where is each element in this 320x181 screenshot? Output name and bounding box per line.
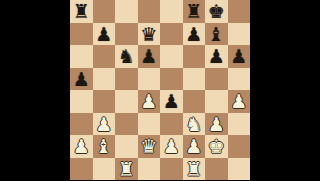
square-b8[interactable] [93, 0, 116, 23]
square-e3[interactable] [160, 113, 183, 136]
square-a7[interactable] [70, 23, 93, 46]
square-a4[interactable] [70, 90, 93, 113]
square-h4[interactable]: ♟ [228, 90, 251, 113]
square-f4[interactable] [183, 90, 206, 113]
square-g4[interactable] [205, 90, 228, 113]
black-pawn: ♟ [73, 68, 90, 90]
square-g1[interactable] [205, 158, 228, 181]
black-bishop: ♝ [208, 23, 225, 45]
white-king: ♚ [208, 135, 225, 157]
square-b6[interactable] [93, 45, 116, 68]
square-c3[interactable] [115, 113, 138, 136]
black-queen: ♛ [140, 23, 157, 45]
black-knight: ♞ [118, 45, 135, 67]
black-pawn: ♟ [95, 23, 112, 45]
black-pawn: ♟ [140, 45, 157, 67]
white-bishop: ♝ [95, 135, 112, 157]
square-b2[interactable]: ♝ [93, 135, 116, 158]
square-e5[interactable] [160, 68, 183, 91]
white-pawn: ♟ [230, 90, 247, 112]
square-a2[interactable]: ♟ [70, 135, 93, 158]
square-e1[interactable] [160, 158, 183, 181]
square-h5[interactable] [228, 68, 251, 91]
video-frame: ♜♜♚♟♛♟♝♞♟♟♟♟♟♟♟♟♞♟♟♝♛♟♟♚♜♜ [0, 0, 320, 180]
square-d3[interactable] [138, 113, 161, 136]
square-h6[interactable]: ♟ [228, 45, 251, 68]
square-f5[interactable] [183, 68, 206, 91]
square-a5[interactable]: ♟ [70, 68, 93, 91]
square-g3[interactable]: ♟ [205, 113, 228, 136]
black-rook: ♜ [73, 0, 90, 22]
square-f1[interactable]: ♜ [183, 158, 206, 181]
square-g5[interactable] [205, 68, 228, 91]
square-f7[interactable]: ♟ [183, 23, 206, 46]
square-f6[interactable] [183, 45, 206, 68]
square-g7[interactable]: ♝ [205, 23, 228, 46]
black-rook: ♜ [185, 0, 202, 22]
chess-board: ♜♜♚♟♛♟♝♞♟♟♟♟♟♟♟♟♞♟♟♝♛♟♟♚♜♜ [70, 0, 250, 180]
square-c4[interactable] [115, 90, 138, 113]
white-pawn: ♟ [140, 90, 157, 112]
white-knight: ♞ [185, 113, 202, 135]
square-d1[interactable] [138, 158, 161, 181]
square-a8[interactable]: ♜ [70, 0, 93, 23]
black-pawn: ♟ [208, 45, 225, 67]
black-pawn: ♟ [185, 23, 202, 45]
square-b4[interactable] [93, 90, 116, 113]
black-pawn: ♟ [163, 90, 180, 112]
square-b7[interactable]: ♟ [93, 23, 116, 46]
square-e8[interactable] [160, 0, 183, 23]
white-pawn: ♟ [163, 135, 180, 157]
square-a6[interactable] [70, 45, 93, 68]
white-pawn: ♟ [73, 135, 90, 157]
square-f8[interactable]: ♜ [183, 0, 206, 23]
square-h1[interactable] [228, 158, 251, 181]
square-g8[interactable]: ♚ [205, 0, 228, 23]
square-c1[interactable]: ♜ [115, 158, 138, 181]
white-pawn: ♟ [208, 113, 225, 135]
square-e7[interactable] [160, 23, 183, 46]
black-pawn: ♟ [230, 45, 247, 67]
black-king: ♚ [208, 0, 225, 22]
square-d2[interactable]: ♛ [138, 135, 161, 158]
square-g2[interactable]: ♚ [205, 135, 228, 158]
square-f3[interactable]: ♞ [183, 113, 206, 136]
white-rook: ♜ [118, 158, 135, 180]
square-d6[interactable]: ♟ [138, 45, 161, 68]
square-c2[interactable] [115, 135, 138, 158]
square-h3[interactable] [228, 113, 251, 136]
square-h8[interactable] [228, 0, 251, 23]
square-a1[interactable] [70, 158, 93, 181]
square-c7[interactable] [115, 23, 138, 46]
square-d8[interactable] [138, 0, 161, 23]
square-e4[interactable]: ♟ [160, 90, 183, 113]
square-b1[interactable] [93, 158, 116, 181]
square-g6[interactable]: ♟ [205, 45, 228, 68]
square-h2[interactable] [228, 135, 251, 158]
square-a3[interactable] [70, 113, 93, 136]
square-d7[interactable]: ♛ [138, 23, 161, 46]
square-b3[interactable]: ♟ [93, 113, 116, 136]
white-pawn: ♟ [95, 113, 112, 135]
square-e6[interactable] [160, 45, 183, 68]
square-c5[interactable] [115, 68, 138, 91]
square-d4[interactable]: ♟ [138, 90, 161, 113]
white-pawn: ♟ [185, 135, 202, 157]
white-queen: ♛ [140, 135, 157, 157]
square-b5[interactable] [93, 68, 116, 91]
square-d5[interactable] [138, 68, 161, 91]
square-f2[interactable]: ♟ [183, 135, 206, 158]
white-rook: ♜ [185, 158, 202, 180]
square-h7[interactable] [228, 23, 251, 46]
square-c8[interactable] [115, 0, 138, 23]
square-e2[interactable]: ♟ [160, 135, 183, 158]
square-c6[interactable]: ♞ [115, 45, 138, 68]
